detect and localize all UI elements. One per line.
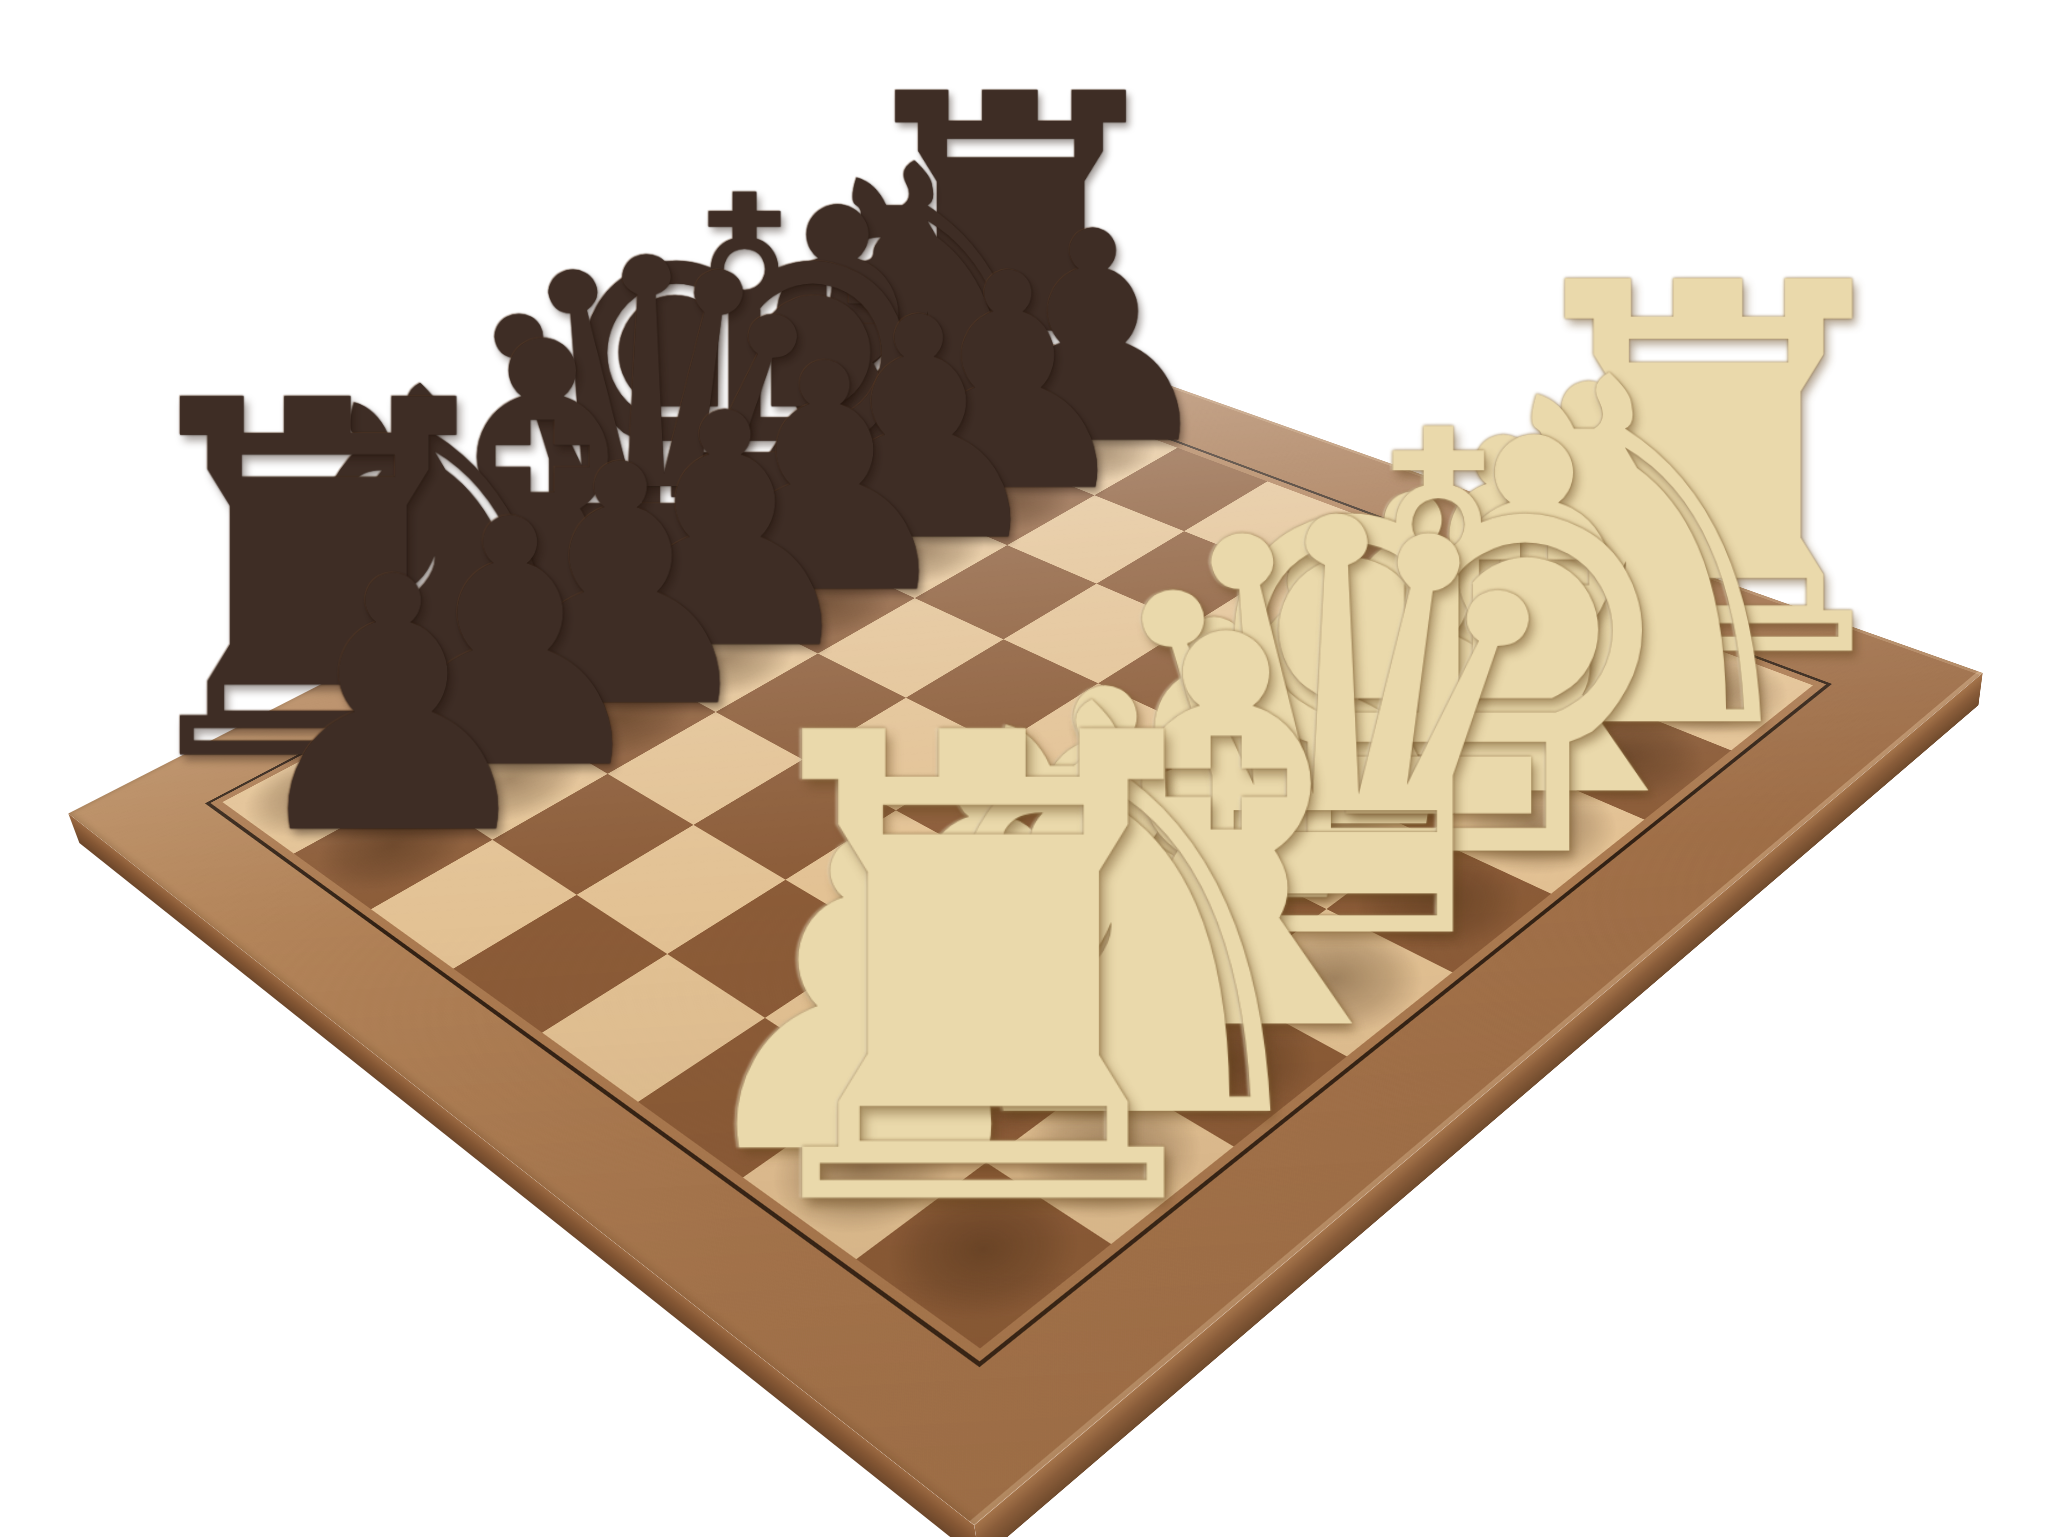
product-photo-scene: ♜♞♝♛♚♝♞♜♟♟♟♟♟♟♟♟♟♟♟♟♟♟♟♟♜♞♝♛♚♝♞♜ [0, 0, 2048, 1537]
pieces-layer: ♜♞♝♛♚♝♞♜♟♟♟♟♟♟♟♟♟♟♟♟♟♟♟♟♜♞♝♛♚♝♞♜ [222, 386, 1812, 1349]
white-rook-icon: ♜ [598, 654, 1369, 1297]
chess-board: ♜♞♝♛♚♝♞♜♟♟♟♟♟♟♟♟♟♟♟♟♟♟♟♟♜♞♝♛♚♝♞♜ [68, 330, 1983, 1525]
